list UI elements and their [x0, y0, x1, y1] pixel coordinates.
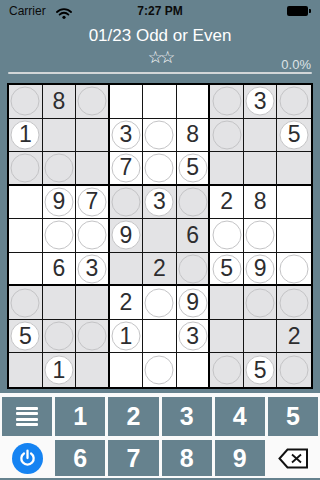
battery-icon — [287, 6, 308, 16]
odd-circle — [246, 288, 275, 317]
cell-r5c5[interactable] — [143, 219, 177, 253]
cell-r8c5[interactable] — [143, 320, 177, 354]
cell-r3c9[interactable] — [277, 152, 311, 186]
cell-r6c2[interactable]: 6 — [43, 253, 77, 287]
cell-r5c6[interactable]: 6 — [177, 219, 211, 253]
sudoku-grid: 8313857597328966325929513215 — [7, 83, 313, 389]
given-number: 2 — [120, 289, 133, 316]
given-number: 6 — [52, 255, 65, 282]
given-number: 5 — [186, 154, 199, 181]
cell-r7c7[interactable] — [210, 286, 244, 320]
odd-circle — [212, 87, 241, 116]
cell-r2c7[interactable] — [210, 119, 244, 153]
odd-circle — [280, 254, 309, 283]
cell-r2c1[interactable]: 1 — [9, 119, 43, 153]
odd-circle — [280, 288, 309, 317]
cell-r2c8[interactable] — [244, 119, 278, 153]
given-number: 9 — [254, 255, 267, 282]
cell-r7c1[interactable] — [9, 286, 43, 320]
given-number: 7 — [85, 188, 98, 215]
odd-circle — [44, 322, 73, 351]
cell-r5c8[interactable] — [244, 219, 278, 253]
cell-r9c1[interactable] — [9, 353, 43, 387]
cell-r4c4[interactable] — [110, 186, 144, 220]
odd-circle — [246, 221, 275, 250]
keypad: 1 2 3 4 5 6 7 8 9 — [0, 393, 320, 478]
cell-r1c1[interactable] — [9, 85, 43, 119]
odd-circle — [145, 120, 174, 149]
given-number: 1 — [52, 357, 65, 384]
given-number: 8 — [186, 121, 199, 148]
cell-r7c4[interactable]: 2 — [110, 286, 144, 320]
cell-r8c6[interactable]: 3 — [177, 320, 211, 354]
cell-r6c4[interactable] — [110, 253, 144, 287]
given-number: 3 — [120, 121, 133, 148]
cell-r1c6[interactable] — [177, 85, 211, 119]
cell-r6c3[interactable]: 3 — [76, 253, 110, 287]
difficulty-stars: ☆☆ — [0, 47, 320, 68]
digit-button-9[interactable]: 9 — [215, 440, 265, 476]
cell-r2c9[interactable]: 5 — [277, 119, 311, 153]
cell-r5c2[interactable] — [43, 219, 77, 253]
cell-r5c7[interactable] — [210, 219, 244, 253]
odd-circle — [212, 120, 241, 149]
cell-r1c5[interactable] — [143, 85, 177, 119]
odd-circle — [11, 288, 40, 317]
given-number: 9 — [52, 188, 65, 215]
cell-r6c9[interactable] — [277, 253, 311, 287]
given-number: 5 — [220, 255, 233, 282]
cell-r4c5[interactable]: 3 — [143, 186, 177, 220]
cell-r1c8[interactable]: 3 — [244, 85, 278, 119]
app-screen: Carrier 7:27 PM 01/23 Odd or Even ☆☆ 0.0… — [0, 0, 320, 480]
cell-r1c4[interactable] — [110, 85, 144, 119]
given-number: 3 — [153, 188, 166, 215]
cell-r2c4[interactable]: 3 — [110, 119, 144, 153]
cell-r9c5[interactable] — [143, 353, 177, 387]
odd-circle — [111, 187, 140, 216]
odd-circle — [44, 221, 73, 250]
given-number: 2 — [220, 188, 233, 215]
given-number: 3 — [85, 255, 98, 282]
cell-r6c1[interactable] — [9, 253, 43, 287]
digit-button-7[interactable]: 7 — [108, 440, 158, 476]
cell-r3c5[interactable] — [143, 152, 177, 186]
cell-r1c7[interactable] — [210, 85, 244, 119]
cell-r4c1[interactable] — [9, 186, 43, 220]
power-slot — [2, 440, 52, 476]
cell-r7c9[interactable] — [277, 286, 311, 320]
cell-r6c8[interactable]: 9 — [244, 253, 278, 287]
cell-r3c1[interactable] — [9, 152, 43, 186]
given-number: 2 — [288, 323, 301, 350]
cell-r9c4[interactable] — [110, 353, 144, 387]
cell-r9c2[interactable]: 1 — [43, 353, 77, 387]
cell-r9c8[interactable]: 5 — [244, 353, 278, 387]
odd-circle — [77, 221, 106, 250]
cell-r7c5[interactable] — [143, 286, 177, 320]
given-number: 6 — [186, 222, 199, 249]
menu-icon — [16, 407, 38, 427]
cell-r1c9[interactable] — [277, 85, 311, 119]
odd-circle — [145, 356, 174, 385]
given-number: 7 — [120, 154, 133, 181]
cell-r5c4[interactable]: 9 — [110, 219, 144, 253]
odd-circle — [280, 356, 309, 385]
digit-button-8[interactable]: 8 — [162, 440, 212, 476]
given-number: 5 — [19, 323, 32, 350]
cell-r3c8[interactable] — [244, 152, 278, 186]
digit-button-4[interactable]: 4 — [215, 397, 265, 436]
cell-r8c2[interactable] — [43, 320, 77, 354]
cell-r4c9[interactable] — [277, 186, 311, 220]
backspace-button[interactable] — [268, 440, 318, 476]
power-button[interactable] — [12, 443, 43, 474]
cell-r9c7[interactable] — [210, 353, 244, 387]
odd-circle — [145, 288, 174, 317]
cell-r2c2[interactable] — [43, 119, 77, 153]
cell-r8c1[interactable]: 5 — [9, 320, 43, 354]
cell-r8c4[interactable]: 1 — [110, 320, 144, 354]
cell-r7c6[interactable]: 9 — [177, 286, 211, 320]
given-number: 9 — [186, 289, 199, 316]
cell-r6c7[interactable]: 5 — [210, 253, 244, 287]
cell-r4c8[interactable]: 8 — [244, 186, 278, 220]
digit-button-6[interactable]: 6 — [55, 440, 105, 476]
given-number: 2 — [153, 255, 166, 282]
clock: 7:27 PM — [0, 4, 320, 18]
cell-r9c9[interactable] — [277, 353, 311, 387]
cell-r7c3[interactable] — [76, 286, 110, 320]
odd-circle — [77, 87, 106, 116]
cell-r3c3[interactable] — [76, 152, 110, 186]
backspace-icon — [278, 448, 308, 469]
cell-r8c9[interactable]: 2 — [277, 320, 311, 354]
given-number: 8 — [254, 188, 267, 215]
cell-r4c3[interactable]: 7 — [76, 186, 110, 220]
given-number: 5 — [288, 121, 301, 148]
digit-button-3[interactable]: 3 — [162, 397, 212, 436]
digit-button-1[interactable]: 1 — [55, 397, 105, 436]
cell-r5c1[interactable] — [9, 219, 43, 253]
cell-r8c7[interactable] — [210, 320, 244, 354]
cell-r3c2[interactable] — [43, 152, 77, 186]
cell-r4c6[interactable] — [177, 186, 211, 220]
cell-r4c2[interactable]: 9 — [43, 186, 77, 220]
cell-r6c6[interactable] — [177, 253, 211, 287]
progress-percent: 0.0% — [281, 57, 311, 72]
cell-r1c2[interactable]: 8 — [43, 85, 77, 119]
cell-r8c8[interactable] — [244, 320, 278, 354]
digit-button-2[interactable]: 2 — [108, 397, 158, 436]
cell-r7c2[interactable] — [43, 286, 77, 320]
cell-r2c3[interactable] — [76, 119, 110, 153]
odd-circle — [178, 254, 207, 283]
cell-r2c6[interactable]: 8 — [177, 119, 211, 153]
cell-r3c7[interactable] — [210, 152, 244, 186]
cell-r2c5[interactable] — [143, 119, 177, 153]
cell-r9c6[interactable] — [177, 353, 211, 387]
cell-r7c8[interactable] — [244, 286, 278, 320]
given-number: 3 — [254, 88, 267, 115]
cell-r3c4[interactable]: 7 — [110, 152, 144, 186]
odd-circle — [11, 87, 40, 116]
given-number: 9 — [120, 222, 133, 249]
odd-circle — [145, 153, 174, 182]
odd-circle — [212, 221, 241, 250]
odd-circle — [178, 187, 207, 216]
given-number: 8 — [52, 88, 65, 115]
menu-button[interactable] — [2, 397, 52, 436]
given-number: 1 — [19, 121, 32, 148]
cell-r1c3[interactable] — [76, 85, 110, 119]
odd-circle — [212, 356, 241, 385]
puzzle-title: 01/23 Odd or Even — [0, 26, 320, 46]
cell-r5c3[interactable] — [76, 219, 110, 253]
cell-r8c3[interactable] — [76, 320, 110, 354]
cell-r4c7[interactable]: 2 — [210, 186, 244, 220]
given-number: 5 — [254, 357, 267, 384]
given-number: 3 — [186, 323, 199, 350]
odd-circle — [11, 153, 40, 182]
power-icon — [18, 449, 37, 468]
cell-r6c5[interactable]: 2 — [143, 253, 177, 287]
odd-circle — [280, 87, 309, 116]
odd-circle — [44, 153, 73, 182]
cell-r5c9[interactable] — [277, 219, 311, 253]
header-divider — [8, 72, 312, 74]
cell-r3c6[interactable]: 5 — [177, 152, 211, 186]
digit-button-5[interactable]: 5 — [268, 397, 318, 436]
status-bar: Carrier 7:27 PM — [0, 0, 320, 20]
given-number: 1 — [120, 323, 133, 350]
odd-circle — [77, 322, 106, 351]
cell-r9c3[interactable] — [76, 353, 110, 387]
